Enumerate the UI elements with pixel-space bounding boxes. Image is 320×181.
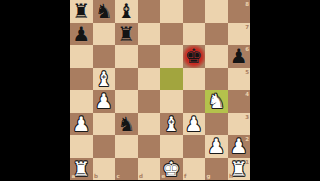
square-c6[interactable] — [115, 45, 138, 68]
square-e2[interactable] — [160, 135, 183, 158]
square-f4[interactable] — [183, 90, 206, 113]
file-label-a: a — [72, 173, 76, 179]
square-a2[interactable] — [70, 135, 93, 158]
square-c8[interactable]: ♝ — [115, 0, 138, 23]
square-h2[interactable]: ♟2 — [228, 135, 251, 158]
square-d5[interactable] — [138, 68, 161, 91]
square-b6[interactable] — [93, 45, 116, 68]
chess-board: ♜♞♝8♟♜7♚♟6♝5♟♞4♟♞♝♟3♟♟2♜abcd♚efg♜1h — [70, 0, 250, 180]
square-e6[interactable] — [160, 45, 183, 68]
square-d1[interactable]: d — [138, 158, 161, 181]
square-d4[interactable] — [138, 90, 161, 113]
square-b7[interactable] — [93, 23, 116, 46]
square-a3[interactable]: ♟ — [70, 113, 93, 136]
square-g2[interactable]: ♟ — [205, 135, 228, 158]
square-h6[interactable]: ♟6 — [228, 45, 251, 68]
square-d3[interactable] — [138, 113, 161, 136]
piece-white-pawn[interactable]: ♟ — [185, 113, 203, 136]
piece-white-pawn[interactable]: ♟ — [95, 90, 113, 113]
file-label-c: c — [117, 173, 120, 179]
chess-app-stage: ♜♞♝8♟♜7♚♟6♝5♟♞4♟♞♝♟3♟♟2♜abcd♚efg♜1h — [0, 0, 320, 180]
square-h8[interactable]: 8 — [228, 0, 251, 23]
rank-label-8: 8 — [245, 1, 249, 7]
square-d8[interactable] — [138, 0, 161, 23]
square-a1[interactable]: ♜a — [70, 158, 93, 181]
rank-label-7: 7 — [245, 24, 249, 30]
square-e3[interactable]: ♝ — [160, 113, 183, 136]
rank-label-2: 2 — [245, 136, 249, 142]
square-c2[interactable] — [115, 135, 138, 158]
square-e7[interactable] — [160, 23, 183, 46]
square-e5[interactable] — [160, 68, 183, 91]
file-label-b: b — [94, 173, 98, 179]
file-label-f: f — [184, 173, 186, 179]
piece-black-knight[interactable]: ♞ — [95, 0, 113, 23]
piece-white-pawn[interactable]: ♟ — [72, 113, 90, 136]
square-g8[interactable] — [205, 0, 228, 23]
square-f8[interactable] — [183, 0, 206, 23]
square-d6[interactable] — [138, 45, 161, 68]
square-b8[interactable]: ♞ — [93, 0, 116, 23]
square-g3[interactable] — [205, 113, 228, 136]
square-f5[interactable] — [183, 68, 206, 91]
piece-white-bishop[interactable]: ♝ — [162, 113, 180, 136]
square-b3[interactable] — [93, 113, 116, 136]
square-g7[interactable] — [205, 23, 228, 46]
piece-black-rook[interactable]: ♜ — [117, 23, 135, 46]
file-label-g: g — [207, 173, 211, 179]
square-b2[interactable] — [93, 135, 116, 158]
square-c4[interactable] — [115, 90, 138, 113]
square-g6[interactable] — [205, 45, 228, 68]
piece-black-pawn[interactable]: ♟ — [72, 23, 90, 46]
piece-black-rook[interactable]: ♜ — [72, 0, 90, 23]
square-d2[interactable] — [138, 135, 161, 158]
square-b1[interactable]: b — [93, 158, 116, 181]
piece-white-pawn[interactable]: ♟ — [207, 135, 225, 158]
square-f2[interactable] — [183, 135, 206, 158]
square-c7[interactable]: ♜ — [115, 23, 138, 46]
file-label-d: d — [139, 173, 143, 179]
piece-white-bishop[interactable]: ♝ — [95, 68, 113, 91]
square-h3[interactable]: 3 — [228, 113, 251, 136]
file-label-e: e — [162, 173, 166, 179]
square-h4[interactable]: 4 — [228, 90, 251, 113]
square-a6[interactable] — [70, 45, 93, 68]
square-g1[interactable]: g — [205, 158, 228, 181]
rank-label-5: 5 — [245, 69, 249, 75]
square-f7[interactable] — [183, 23, 206, 46]
square-c3[interactable]: ♞ — [115, 113, 138, 136]
square-c5[interactable] — [115, 68, 138, 91]
square-h7[interactable]: 7 — [228, 23, 251, 46]
square-f1[interactable]: f — [183, 158, 206, 181]
square-a8[interactable]: ♜ — [70, 0, 93, 23]
piece-black-king[interactable]: ♚ — [185, 45, 203, 68]
square-g5[interactable] — [205, 68, 228, 91]
square-g4[interactable]: ♞ — [205, 90, 228, 113]
square-a5[interactable] — [70, 68, 93, 91]
square-f3[interactable]: ♟ — [183, 113, 206, 136]
square-h1[interactable]: ♜1h — [228, 158, 251, 181]
square-c1[interactable]: c — [115, 158, 138, 181]
square-f6[interactable]: ♚ — [183, 45, 206, 68]
square-d7[interactable] — [138, 23, 161, 46]
square-b4[interactable]: ♟ — [93, 90, 116, 113]
rank-label-1: 1 — [245, 159, 249, 165]
square-e8[interactable] — [160, 0, 183, 23]
piece-white-knight[interactable]: ♞ — [207, 90, 225, 113]
square-e1[interactable]: ♚e — [160, 158, 183, 181]
square-e4[interactable] — [160, 90, 183, 113]
rank-label-6: 6 — [245, 46, 249, 52]
piece-black-knight[interactable]: ♞ — [117, 113, 135, 136]
rank-label-4: 4 — [245, 91, 249, 97]
rank-label-3: 3 — [245, 114, 249, 120]
square-h5[interactable]: 5 — [228, 68, 251, 91]
square-a7[interactable]: ♟ — [70, 23, 93, 46]
file-label-h: h — [229, 173, 233, 179]
square-a4[interactable] — [70, 90, 93, 113]
square-b5[interactable]: ♝ — [93, 68, 116, 91]
piece-black-bishop[interactable]: ♝ — [117, 0, 135, 23]
